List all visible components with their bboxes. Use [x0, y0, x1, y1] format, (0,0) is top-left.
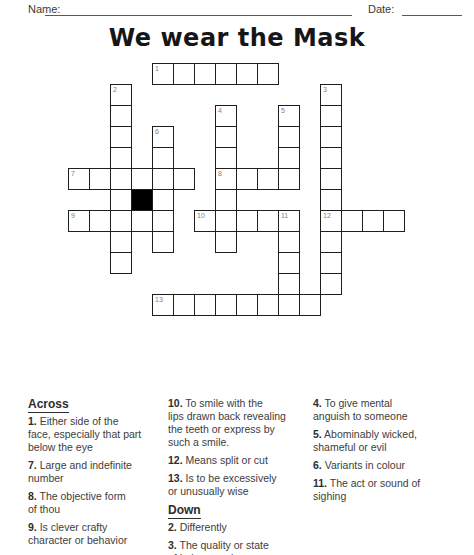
empty-cell [257, 63, 279, 85]
clue-item: 7. Large and indefinite number [28, 459, 168, 485]
empty-cell [215, 63, 237, 85]
empty-cell [152, 189, 174, 211]
clue-number: 1. [28, 415, 37, 427]
cell-number: 12 [323, 212, 331, 219]
date-blank-line [402, 15, 462, 16]
clue-text: To give mental anguish to someone [313, 397, 408, 422]
empty-cell [215, 231, 237, 253]
empty-cell [131, 210, 153, 232]
cell-number: 2 [113, 86, 117, 93]
empty-cell: 5 [278, 105, 300, 127]
empty-cell [215, 210, 237, 232]
cell-number: 8 [218, 170, 222, 177]
empty-cell [278, 231, 300, 253]
empty-cell: 4 [215, 105, 237, 127]
empty-cell: 7 [68, 168, 90, 190]
clue-number: 12. [168, 454, 183, 466]
empty-cell [152, 147, 174, 169]
clue-number: 9. [28, 521, 37, 533]
empty-cell [131, 168, 153, 190]
empty-cell: 1 [152, 63, 174, 85]
empty-cell [278, 147, 300, 169]
clue-item: 13. Is to be excessively or unusually wi… [168, 472, 312, 498]
clue-number: 8. [28, 490, 37, 502]
cell-number: 13 [155, 296, 163, 303]
clue-text: Means split or cut [186, 454, 268, 466]
clue-text: The quality or state of being cunning [168, 539, 269, 555]
clue-text: Differently [180, 521, 227, 533]
empty-cell [278, 273, 300, 295]
empty-cell [320, 168, 342, 190]
empty-cell [278, 126, 300, 148]
cell-number: 9 [71, 212, 75, 219]
clue-item: 6. Variants in colour [313, 459, 469, 472]
empty-cell: 10 [194, 210, 216, 232]
empty-cell: 8 [215, 168, 237, 190]
cell-number: 6 [155, 128, 159, 135]
cell-number: 1 [155, 65, 159, 72]
empty-cell [236, 168, 258, 190]
empty-cell: 2 [110, 84, 132, 106]
empty-cell [110, 189, 132, 211]
empty-cell [110, 231, 132, 253]
empty-cell [278, 252, 300, 274]
empty-cell [89, 210, 111, 232]
empty-cell [215, 189, 237, 211]
clue-text: Variants in colour [325, 459, 405, 471]
clue-number: 11. [313, 477, 327, 489]
clue-number: 2. [168, 521, 177, 533]
empty-cell: 13 [152, 294, 174, 316]
clue-number: 7. [28, 459, 37, 471]
clue-text: The act or sound of sighing [313, 477, 420, 502]
empty-cell [215, 147, 237, 169]
clue-number: 6. [313, 459, 322, 471]
cell-number: 3 [323, 86, 327, 93]
clue-item: 3. The quality or state of being cunning [168, 539, 312, 555]
clue-number: 13. [168, 472, 183, 484]
clue-text: Is to be excessively or unusually wise [168, 472, 277, 497]
date-label: Date: [368, 3, 394, 15]
clue-column-across: Across1. Either side of the face, especi… [28, 397, 168, 552]
empty-cell [257, 210, 279, 232]
clue-number: 3. [168, 539, 177, 551]
empty-cell [110, 252, 132, 274]
clue-text: Is clever crafty character or behavior [28, 521, 127, 546]
empty-cell [341, 210, 363, 232]
clue-item: 8. The objective form of thou [28, 490, 168, 516]
empty-cell [236, 294, 258, 316]
blocked-cell [131, 189, 153, 211]
cell-number: 10 [197, 212, 205, 219]
page-title: We wear the Mask [0, 24, 474, 52]
clue-number: 5. [313, 428, 322, 440]
clue-item: 5. Abominably wicked, shameful or evil [313, 428, 469, 454]
empty-cell [320, 273, 342, 295]
empty-cell [110, 105, 132, 127]
clue-column-middle: 10. To smile with the lips drawn back re… [168, 397, 312, 555]
cell-number: 7 [71, 170, 75, 177]
clue-item: 2. Differently [168, 521, 312, 534]
empty-cell [152, 210, 174, 232]
empty-cell [110, 126, 132, 148]
across-header: Across [28, 397, 168, 411]
clue-number: 10. [168, 397, 183, 409]
cell-number: 5 [281, 107, 285, 114]
clue-item: 9. Is clever crafty character or behavio… [28, 521, 168, 547]
empty-cell [110, 147, 132, 169]
empty-cell [173, 168, 195, 190]
empty-cell: 3 [320, 84, 342, 106]
clue-text: Abominably wicked, shameful or evil [313, 428, 417, 453]
empty-cell: 9 [68, 210, 90, 232]
empty-cell [257, 294, 279, 316]
empty-cell [320, 189, 342, 211]
empty-cell [194, 294, 216, 316]
empty-cell [236, 63, 258, 85]
empty-cell [152, 168, 174, 190]
worksheet-page: Name: Date: We wear the Mask 12345678910… [0, 0, 474, 555]
crossword-grid: 12345678910111213 [68, 63, 406, 317]
clue-text: The objective form of thou [28, 490, 126, 515]
empty-cell: 11 [278, 210, 300, 232]
clue-item: 4. To give mental anguish to someone [313, 397, 469, 423]
clue-item: 12. Means split or cut [168, 454, 312, 467]
down-header-text: Down [168, 503, 201, 519]
name-label: Name: [28, 3, 60, 15]
empty-cell [257, 168, 279, 190]
empty-cell [110, 168, 132, 190]
empty-cell [110, 210, 132, 232]
empty-cell [362, 210, 384, 232]
empty-cell [299, 294, 321, 316]
down-header: Down [168, 503, 312, 517]
cell-number: 4 [218, 107, 222, 114]
empty-cell [320, 105, 342, 127]
empty-cell [89, 168, 111, 190]
empty-cell [215, 126, 237, 148]
empty-cell [320, 252, 342, 274]
empty-cell [236, 210, 258, 232]
cell-number: 11 [281, 212, 288, 219]
clue-item: 1. Either side of the face, especially t… [28, 415, 168, 454]
clue-text: Either side of the face, especially that… [28, 415, 141, 453]
empty-cell [320, 126, 342, 148]
clue-number: 4. [313, 397, 322, 409]
clue-item: 10. To smile with the lips drawn back re… [168, 397, 312, 449]
across-header-text: Across [28, 397, 69, 413]
clue-column-down: 4. To give mental anguish to someone5. A… [313, 397, 469, 508]
empty-cell: 6 [152, 126, 174, 148]
empty-cell [152, 231, 174, 253]
empty-cell [278, 168, 300, 190]
clue-text: Large and indefinite number [28, 459, 132, 484]
clue-item: 11. The act or sound of sighing [313, 477, 469, 503]
empty-cell [320, 147, 342, 169]
clue-text: To smile with the lips drawn back reveal… [168, 397, 286, 448]
name-blank-line [45, 15, 352, 16]
empty-cell [383, 210, 405, 232]
empty-cell [194, 63, 216, 85]
empty-cell: 12 [320, 210, 342, 232]
empty-cell [320, 231, 342, 253]
empty-cell [173, 294, 195, 316]
empty-cell [173, 63, 195, 85]
empty-cell [278, 294, 300, 316]
empty-cell [215, 294, 237, 316]
